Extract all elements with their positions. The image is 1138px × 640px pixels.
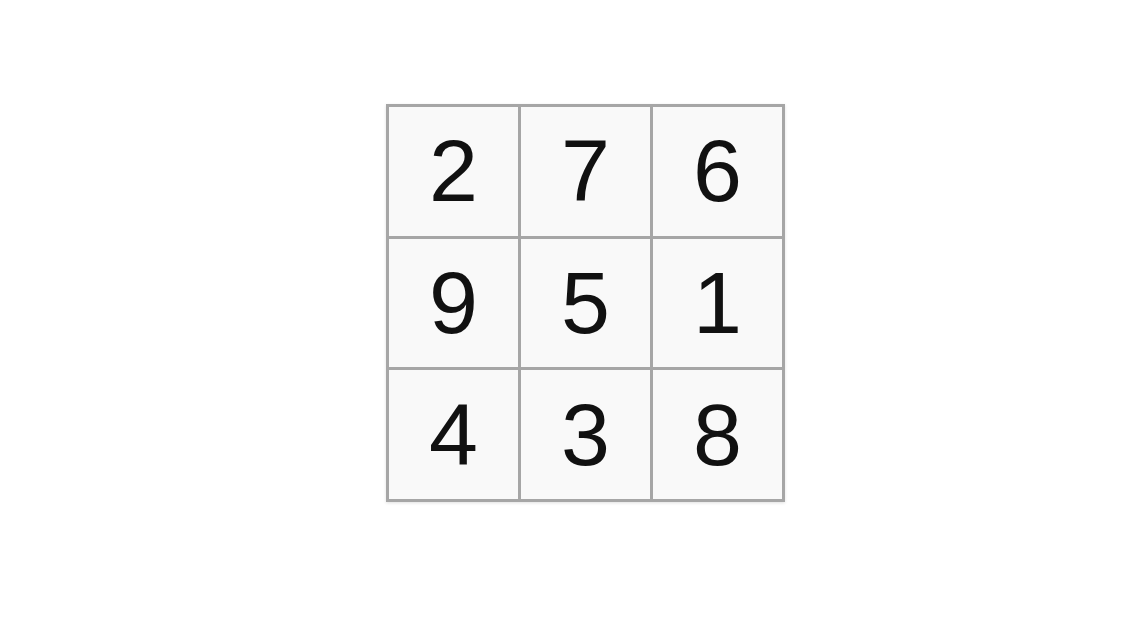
- cell-r3c1: 4: [389, 370, 518, 499]
- cell-r2c1: 9: [389, 239, 518, 368]
- cell-r3c3: 8: [653, 370, 782, 499]
- cell-r1c2: 7: [521, 107, 650, 236]
- cell-r2c3: 1: [653, 239, 782, 368]
- magic-square-board: 2 7 6 9 5 1 4 3 8: [386, 104, 785, 502]
- cell-r1c1: 2: [389, 107, 518, 236]
- cell-r3c2: 3: [521, 370, 650, 499]
- cell-r1c3: 6: [653, 107, 782, 236]
- cell-r2c2: 5: [521, 239, 650, 368]
